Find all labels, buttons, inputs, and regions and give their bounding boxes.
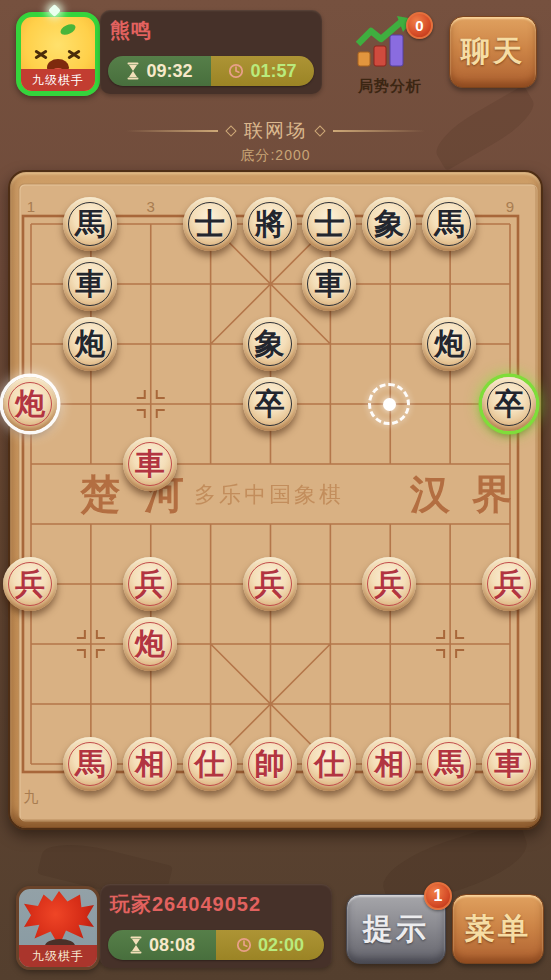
chat-button[interactable]: 聊天 [449, 16, 537, 88]
piece-black-general[interactable]: 將 [243, 197, 297, 251]
piece-black-chariot[interactable]: 車 [63, 257, 117, 311]
piece-black-advisor[interactable]: 士 [183, 197, 237, 251]
piece-red-elephant[interactable]: 相 [362, 737, 416, 791]
menu-button[interactable]: 菜单 [452, 894, 544, 964]
piece-black-advisor[interactable]: 士 [302, 197, 356, 251]
player-rank-badge: 九级棋手 [19, 945, 97, 967]
match-header: 联网场 底分:2000 [0, 118, 551, 165]
piece-black-chariot[interactable]: 車 [302, 257, 356, 311]
piece-red-horse[interactable]: 馬 [63, 737, 117, 791]
player-info-panel: 玩家264049052 08:08 02:00 [100, 884, 332, 968]
piece-red-pawn[interactable]: 兵 [123, 557, 177, 611]
match-stake: 底分:2000 [0, 147, 551, 165]
analysis-widget[interactable]: 0 局势分析 [346, 10, 434, 96]
player-total-time: 08:08 [108, 930, 216, 960]
player-avatar[interactable]: 九级棋手 [16, 886, 100, 970]
piece-red-pawn[interactable]: 兵 [3, 557, 57, 611]
match-mode: 联网场 [244, 118, 307, 144]
analysis-badge: 0 [406, 12, 433, 39]
piece-red-horse[interactable]: 馬 [422, 737, 476, 791]
divider-line [333, 130, 425, 132]
piece-black-pawn[interactable]: 卒 [482, 377, 536, 431]
opponent-timer: 09:32 01:57 [108, 56, 314, 86]
player-move-time: 02:00 [216, 930, 324, 960]
opponent-info-panel: 熊鸣 09:32 01:57 [100, 10, 322, 94]
piece-black-horse[interactable]: 馬 [422, 197, 476, 251]
hourglass-icon [126, 62, 140, 80]
diamond-ornament [314, 125, 325, 136]
piece-red-chariot[interactable]: 車 [482, 737, 536, 791]
last-move-origin-marker [368, 383, 410, 425]
avatar-eye [67, 47, 81, 61]
piece-red-advisor[interactable]: 仕 [183, 737, 237, 791]
opponent-move-time: 01:57 [211, 56, 314, 86]
piece-red-general[interactable]: 帥 [243, 737, 297, 791]
piece-red-cannon[interactable]: 炮 [3, 377, 57, 431]
piece-black-pawn[interactable]: 卒 [243, 377, 297, 431]
piece-black-elephant[interactable]: 象 [362, 197, 416, 251]
analysis-label: 局势分析 [346, 77, 434, 96]
piece-red-elephant[interactable]: 相 [123, 737, 177, 791]
hourglass-icon [129, 936, 143, 954]
piece-red-chariot[interactable]: 車 [123, 437, 177, 491]
hint-badge: 1 [424, 882, 452, 910]
avatar-eye [34, 47, 48, 61]
clock-icon [236, 937, 252, 953]
player-timer: 08:08 02:00 [108, 930, 324, 960]
piece-black-elephant[interactable]: 象 [243, 317, 297, 371]
player-name: 玩家264049052 [110, 891, 261, 918]
clock-icon [228, 63, 244, 79]
avatar-leaf [59, 22, 77, 37]
opponent-rank-badge: 九级棋手 [21, 69, 95, 91]
piece-black-cannon[interactable]: 炮 [422, 317, 476, 371]
piece-red-cannon[interactable]: 炮 [123, 617, 177, 671]
piece-red-pawn[interactable]: 兵 [362, 557, 416, 611]
opponent-name: 熊鸣 [110, 17, 152, 44]
piece-black-cannon[interactable]: 炮 [63, 317, 117, 371]
piece-red-pawn[interactable]: 兵 [243, 557, 297, 611]
piece-black-horse[interactable]: 馬 [63, 197, 117, 251]
xiangqi-board[interactable]: 123456789九 楚河 汉界 多乐中国象棋 馬士將士象馬車車炮象炮炮卒卒車兵… [8, 170, 543, 830]
diamond-ornament [225, 125, 236, 136]
piece-red-advisor[interactable]: 仕 [302, 737, 356, 791]
divider-line [126, 130, 218, 132]
pieces-grid: 馬士將士象馬車車炮象炮炮卒卒車兵兵兵兵兵炮馬相仕帥仕相馬車 [0, 194, 539, 794]
opponent-avatar[interactable]: 九级棋手 [16, 12, 100, 96]
piece-red-pawn[interactable]: 兵 [482, 557, 536, 611]
opponent-total-time: 09:32 [108, 56, 211, 86]
